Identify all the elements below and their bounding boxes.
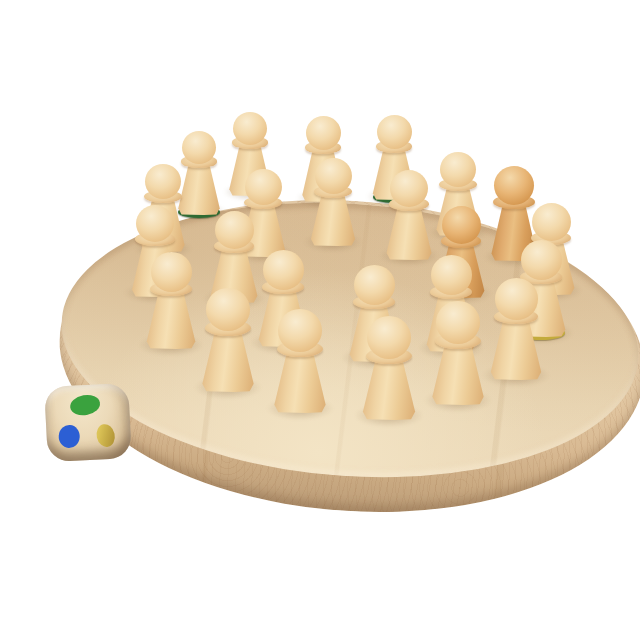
peg-head	[145, 164, 181, 199]
peg-head	[377, 115, 412, 149]
peg-head	[263, 250, 304, 290]
peg-head	[494, 166, 534, 205]
peg-r4c1[interactable]	[272, 309, 329, 413]
peg-r4c3[interactable]	[430, 301, 487, 405]
peg-r1c2[interactable]	[309, 158, 358, 246]
peg-head	[436, 301, 480, 344]
peg-head	[306, 116, 341, 150]
peg-head	[532, 203, 571, 241]
peg-head	[442, 206, 481, 244]
peg-head	[390, 170, 428, 207]
peg-head	[367, 316, 411, 359]
peg-head	[521, 240, 562, 280]
peg-head	[431, 255, 472, 295]
peg-head	[206, 288, 250, 331]
peg-head	[182, 131, 216, 164]
peg-r4c2[interactable]	[360, 316, 418, 420]
color-dice[interactable]	[44, 383, 132, 462]
peg-head	[278, 309, 322, 352]
peg-head	[151, 252, 192, 292]
peg-head	[136, 205, 174, 242]
peg-head	[495, 278, 538, 320]
peg-r3c0[interactable]	[144, 252, 198, 349]
peg-head	[245, 169, 282, 205]
peg-r4c4[interactable]	[488, 278, 544, 380]
peg-head	[354, 265, 395, 305]
peg-r4c0[interactable]	[200, 288, 257, 392]
peg-head	[233, 112, 267, 145]
peg-head	[315, 158, 352, 194]
peg-head	[440, 152, 476, 187]
peg-r1c3[interactable]	[384, 170, 434, 260]
peg-head	[215, 211, 254, 249]
product-photo	[0, 0, 640, 640]
